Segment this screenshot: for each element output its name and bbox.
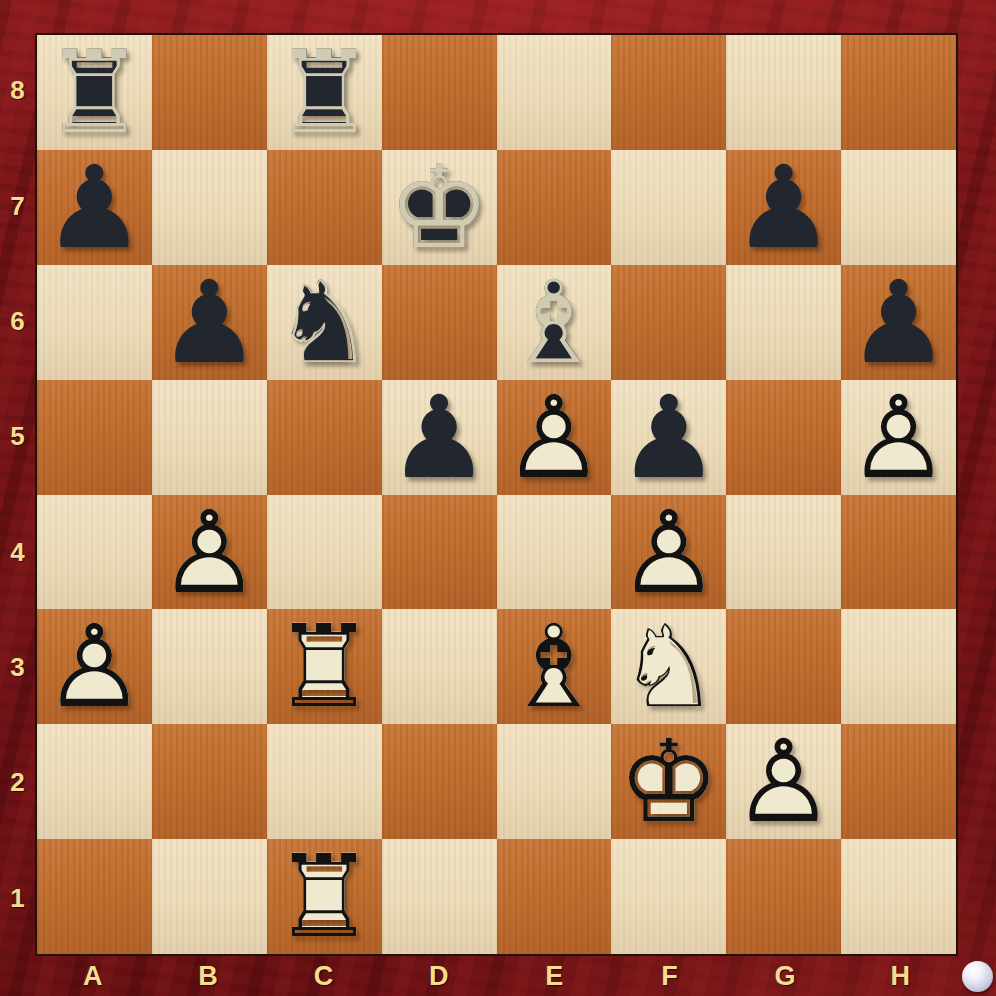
square-b7[interactable]	[152, 150, 267, 265]
square-d2[interactable]	[382, 724, 497, 839]
square-h1[interactable]	[841, 839, 956, 954]
white-rook-piece: ♜♖	[267, 839, 382, 954]
black-pawn-piece: ♟	[152, 265, 267, 380]
square-a8[interactable]: ♜♖	[37, 35, 152, 150]
black-pawn-piece: ♟	[611, 380, 726, 495]
file-label-h: H	[843, 956, 958, 996]
square-h5[interactable]: ♟♙	[841, 380, 956, 495]
black-knight-piece: ♞♘	[267, 265, 382, 380]
square-e3[interactable]: ♝♗	[497, 609, 612, 724]
rank-labels: 87654321	[0, 33, 35, 956]
square-d5[interactable]: ♟	[382, 380, 497, 495]
white-rook-piece: ♜♖	[267, 609, 382, 724]
square-a3[interactable]: ♟♙	[37, 609, 152, 724]
black-rook-piece: ♜♖	[37, 35, 152, 150]
black-king-piece: ♚♔	[382, 150, 497, 265]
square-g4[interactable]	[726, 495, 841, 610]
square-c6[interactable]: ♞♘	[267, 265, 382, 380]
white-pawn-piece: ♟♙	[497, 380, 612, 495]
black-rook-piece: ♜♖	[267, 35, 382, 150]
square-e2[interactable]	[497, 724, 612, 839]
square-f6[interactable]	[611, 265, 726, 380]
square-a1[interactable]	[37, 839, 152, 954]
rank-label-4: 4	[0, 495, 35, 610]
white-to-move-indicator	[962, 961, 993, 992]
square-a2[interactable]	[37, 724, 152, 839]
square-f7[interactable]	[611, 150, 726, 265]
white-knight-piece: ♞♘	[611, 609, 726, 724]
square-c7[interactable]	[267, 150, 382, 265]
black-pawn-piece: ♟	[726, 150, 841, 265]
white-pawn-piece: ♟♙	[726, 724, 841, 839]
rank-label-7: 7	[0, 148, 35, 263]
file-label-g: G	[727, 956, 842, 996]
square-b1[interactable]	[152, 839, 267, 954]
square-h7[interactable]	[841, 150, 956, 265]
chess-app: ♜♖♜♖♟♚♔♟♟♞♘♝♗♟♟♟♙♟♟♙♟♙♟♙♟♙♜♖♝♗♞♘♚♔♟♙♜♖ 8…	[0, 0, 996, 996]
square-h4[interactable]	[841, 495, 956, 610]
white-king-piece: ♚♔	[611, 724, 726, 839]
square-d6[interactable]	[382, 265, 497, 380]
square-h8[interactable]	[841, 35, 956, 150]
square-g5[interactable]	[726, 380, 841, 495]
square-d8[interactable]	[382, 35, 497, 150]
square-c5[interactable]	[267, 380, 382, 495]
square-c1[interactable]: ♜♖	[267, 839, 382, 954]
square-f2[interactable]: ♚♔	[611, 724, 726, 839]
square-h2[interactable]	[841, 724, 956, 839]
square-e1[interactable]	[497, 839, 612, 954]
file-label-c: C	[266, 956, 381, 996]
square-e4[interactable]	[497, 495, 612, 610]
square-f5[interactable]: ♟	[611, 380, 726, 495]
white-pawn-piece: ♟♙	[611, 495, 726, 610]
black-pawn-piece: ♟	[382, 380, 497, 495]
rank-label-2: 2	[0, 725, 35, 840]
square-d4[interactable]	[382, 495, 497, 610]
square-g7[interactable]: ♟	[726, 150, 841, 265]
square-c4[interactable]	[267, 495, 382, 610]
square-g2[interactable]: ♟♙	[726, 724, 841, 839]
square-f3[interactable]: ♞♘	[611, 609, 726, 724]
white-bishop-piece: ♝♗	[497, 609, 612, 724]
square-b8[interactable]	[152, 35, 267, 150]
square-a5[interactable]	[37, 380, 152, 495]
square-c3[interactable]: ♜♖	[267, 609, 382, 724]
black-pawn-piece: ♟	[841, 265, 956, 380]
white-pawn-piece: ♟♙	[841, 380, 956, 495]
square-e6[interactable]: ♝♗	[497, 265, 612, 380]
square-d1[interactable]	[382, 839, 497, 954]
rank-label-1: 1	[0, 841, 35, 956]
square-h6[interactable]: ♟	[841, 265, 956, 380]
square-c2[interactable]	[267, 724, 382, 839]
square-d3[interactable]	[382, 609, 497, 724]
square-g6[interactable]	[726, 265, 841, 380]
square-f1[interactable]	[611, 839, 726, 954]
file-label-e: E	[497, 956, 612, 996]
square-f4[interactable]: ♟♙	[611, 495, 726, 610]
square-b2[interactable]	[152, 724, 267, 839]
file-label-d: D	[381, 956, 496, 996]
square-g8[interactable]	[726, 35, 841, 150]
rank-label-6: 6	[0, 264, 35, 379]
black-bishop-piece: ♝♗	[497, 265, 612, 380]
square-d7[interactable]: ♚♔	[382, 150, 497, 265]
square-g1[interactable]	[726, 839, 841, 954]
square-b6[interactable]: ♟	[152, 265, 267, 380]
black-pawn-piece: ♟	[37, 150, 152, 265]
square-a6[interactable]	[37, 265, 152, 380]
square-a7[interactable]: ♟	[37, 150, 152, 265]
file-label-a: A	[35, 956, 150, 996]
white-pawn-piece: ♟♙	[37, 609, 152, 724]
chess-board: ♜♖♜♖♟♚♔♟♟♞♘♝♗♟♟♟♙♟♟♙♟♙♟♙♟♙♜♖♝♗♞♘♚♔♟♙♜♖	[35, 33, 958, 956]
square-h3[interactable]	[841, 609, 956, 724]
rank-label-3: 3	[0, 610, 35, 725]
square-f8[interactable]	[611, 35, 726, 150]
square-e8[interactable]	[497, 35, 612, 150]
square-b3[interactable]	[152, 609, 267, 724]
square-a4[interactable]	[37, 495, 152, 610]
white-pawn-piece: ♟♙	[152, 495, 267, 610]
square-c8[interactable]: ♜♖	[267, 35, 382, 150]
file-labels: ABCDEFGH	[35, 956, 958, 996]
square-b5[interactable]	[152, 380, 267, 495]
square-g3[interactable]	[726, 609, 841, 724]
rank-label-5: 5	[0, 379, 35, 494]
square-e5[interactable]: ♟♙	[497, 380, 612, 495]
rank-label-8: 8	[0, 33, 35, 148]
square-b4[interactable]: ♟♙	[152, 495, 267, 610]
file-label-b: B	[150, 956, 265, 996]
file-label-f: F	[612, 956, 727, 996]
square-e7[interactable]	[497, 150, 612, 265]
